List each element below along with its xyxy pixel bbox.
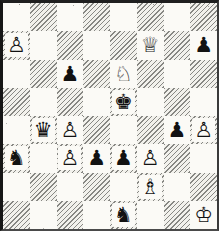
white-pawn-c4[interactable]: ♙ (60, 118, 79, 142)
square-b2[interactable] (30, 173, 57, 201)
square-d7[interactable] (83, 31, 110, 59)
square-h1[interactable]: ♔ (190, 201, 217, 229)
square-a7[interactable]: ♙ (3, 31, 30, 59)
square-f8[interactable] (137, 3, 164, 31)
square-g5[interactable] (164, 88, 191, 116)
white-pawn-h4[interactable]: ♙ (192, 118, 215, 142)
square-c3[interactable]: ♙ (57, 144, 84, 172)
square-d1[interactable] (83, 201, 110, 229)
square-h4[interactable]: ♙ (190, 116, 217, 144)
square-c6[interactable]: ♟ (57, 60, 84, 88)
square-h8[interactable] (190, 3, 217, 31)
white-knight-e6[interactable]: ♘ (114, 62, 133, 86)
square-b4[interactable]: ♛ (30, 116, 57, 144)
white-pawn-f3[interactable]: ♙ (141, 146, 160, 170)
square-d2[interactable] (83, 173, 110, 201)
square-a5[interactable] (3, 88, 30, 116)
square-b7[interactable] (30, 31, 57, 59)
square-a6[interactable] (3, 60, 30, 88)
square-h7[interactable]: ♟ (190, 31, 217, 59)
square-e1[interactable]: ♞ (110, 201, 137, 229)
square-b1[interactable] (30, 201, 57, 229)
black-pawn-g4[interactable]: ♟ (167, 118, 186, 142)
square-g3[interactable] (164, 144, 191, 172)
square-d4[interactable] (83, 116, 110, 144)
square-f1[interactable] (137, 201, 164, 229)
square-b5[interactable] (30, 88, 57, 116)
square-h3[interactable] (190, 144, 217, 172)
square-g7[interactable] (164, 31, 191, 59)
square-f6[interactable] (137, 60, 164, 88)
square-h2[interactable] (190, 173, 217, 201)
square-c2[interactable] (57, 173, 84, 201)
square-g4[interactable]: ♟ (164, 116, 191, 144)
square-c4[interactable]: ♙ (57, 116, 84, 144)
square-c1[interactable] (57, 201, 84, 229)
square-e5[interactable]: ♚ (110, 88, 137, 116)
square-f7[interactable]: ♕ (137, 31, 164, 59)
square-e4[interactable] (110, 116, 137, 144)
square-h5[interactable] (190, 88, 217, 116)
square-e2[interactable] (110, 173, 137, 201)
square-d3[interactable]: ♟ (83, 144, 110, 172)
square-g1[interactable] (164, 201, 191, 229)
square-h6[interactable] (190, 60, 217, 88)
square-b8[interactable] (30, 3, 57, 31)
square-e8[interactable] (110, 3, 137, 31)
black-knight-a3[interactable]: ♞ (5, 146, 28, 170)
square-e6[interactable]: ♘ (110, 60, 137, 88)
square-f2[interactable]: ♗ (137, 173, 164, 201)
square-b3[interactable] (30, 144, 57, 172)
square-f5[interactable] (137, 88, 164, 116)
square-d6[interactable] (83, 60, 110, 88)
square-g8[interactable] (164, 3, 191, 31)
square-a3[interactable]: ♞ (3, 144, 30, 172)
black-knight-e1[interactable]: ♞ (112, 203, 135, 227)
square-d8[interactable] (83, 3, 110, 31)
square-a2[interactable] (3, 173, 30, 201)
square-a8[interactable] (3, 3, 30, 31)
black-king-e5[interactable]: ♚ (112, 90, 135, 114)
square-b6[interactable] (30, 60, 57, 88)
square-f3[interactable]: ♙ (137, 144, 164, 172)
black-pawn-h7[interactable]: ♟ (194, 33, 213, 57)
chess-diagram-frame: ♙♕♟♟♘♚♛♙♟♙♞♙♟♟♙♗♞♔ (0, 0, 219, 231)
black-pawn-d3[interactable]: ♟ (87, 146, 106, 170)
square-d5[interactable] (83, 88, 110, 116)
white-pawn-c3[interactable]: ♙ (58, 146, 81, 170)
square-c5[interactable] (57, 88, 84, 116)
white-king-h1[interactable]: ♔ (194, 203, 213, 227)
black-pawn-c6[interactable]: ♟ (60, 62, 79, 86)
square-g2[interactable] (164, 173, 191, 201)
black-pawn-e3[interactable]: ♟ (112, 146, 135, 170)
white-queen-f7[interactable]: ♕ (141, 33, 160, 57)
square-e7[interactable] (110, 31, 137, 59)
white-pawn-a7[interactable]: ♙ (5, 33, 28, 57)
white-bishop-f2[interactable]: ♗ (139, 175, 162, 199)
chess-board: ♙♕♟♟♘♚♛♙♟♙♞♙♟♟♙♗♞♔ (3, 3, 217, 229)
square-a4[interactable] (3, 116, 30, 144)
black-queen-b4[interactable]: ♛ (32, 118, 55, 142)
square-a1[interactable] (3, 201, 30, 229)
square-c7[interactable] (57, 31, 84, 59)
square-g6[interactable] (164, 60, 191, 88)
square-f4[interactable] (137, 116, 164, 144)
square-e3[interactable]: ♟ (110, 144, 137, 172)
square-c8[interactable] (57, 3, 84, 31)
